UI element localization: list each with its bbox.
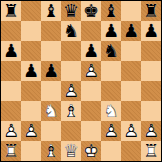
square-f4[interactable]: [101, 81, 121, 101]
square-a7[interactable]: [1, 21, 21, 41]
white-pawn-fill: ♟: [121, 121, 141, 141]
square-g4[interactable]: [121, 81, 141, 101]
white-knight-icon: ♘: [101, 101, 121, 121]
square-h3[interactable]: [141, 101, 161, 121]
square-b2[interactable]: ♟♙: [21, 121, 41, 141]
square-h5[interactable]: [141, 61, 161, 81]
square-b4[interactable]: [21, 81, 41, 101]
white-knight-fill: ♞: [101, 101, 121, 121]
black-bishop-icon: ♝: [101, 1, 121, 21]
square-c6[interactable]: [41, 41, 61, 61]
white-king-fill: ♚: [81, 141, 101, 161]
square-h8[interactable]: ♜: [141, 1, 161, 21]
white-knight-fill: ♞: [41, 101, 61, 121]
square-f8[interactable]: ♝: [101, 1, 121, 21]
square-h6[interactable]: [141, 41, 161, 61]
white-pawn-fill: ♟: [21, 121, 41, 141]
square-f7[interactable]: ♟: [101, 21, 121, 41]
square-a8[interactable]: ♜: [1, 1, 21, 21]
white-bishop-icon: ♗: [41, 141, 61, 161]
square-e1[interactable]: ♚♔: [81, 141, 101, 161]
square-b8[interactable]: [21, 1, 41, 21]
white-pawn-icon: ♙: [61, 81, 81, 101]
square-g6[interactable]: [121, 41, 141, 61]
black-pawn-icon: ♟: [21, 61, 41, 81]
square-g3[interactable]: [121, 101, 141, 121]
white-rook-icon: ♖: [141, 141, 161, 161]
square-g2[interactable]: ♟♙: [121, 121, 141, 141]
white-pawn-icon: ♙: [101, 121, 121, 141]
white-pawn-icon: ♙: [81, 61, 101, 81]
square-c1[interactable]: ♝♗: [41, 141, 61, 161]
square-e7[interactable]: [81, 21, 101, 41]
square-d1[interactable]: ♛♕: [61, 141, 81, 161]
square-g7[interactable]: ♟: [121, 21, 141, 41]
square-c5[interactable]: ♟: [41, 61, 61, 81]
square-f2[interactable]: ♟♙: [101, 121, 121, 141]
chess-board: ♜♝♛♚♝♜♞♟♟♟♟♟♞♟♟♟♙♟♙♞♘♝♗♞♘♟♙♟♙♟♙♟♙♟♙♜♖♝♗♛…: [0, 0, 162, 162]
white-rook-icon: ♖: [1, 141, 21, 161]
black-pawn-icon: ♟: [141, 21, 161, 41]
square-b6[interactable]: [21, 41, 41, 61]
square-h4[interactable]: [141, 81, 161, 101]
white-bishop-icon: ♗: [61, 101, 81, 121]
white-knight-icon: ♘: [41, 101, 61, 121]
black-pawn-icon: ♟: [81, 41, 101, 61]
white-pawn-fill: ♟: [1, 121, 21, 141]
square-d8[interactable]: ♛: [61, 1, 81, 21]
square-f5[interactable]: [101, 61, 121, 81]
square-b7[interactable]: [21, 21, 41, 41]
black-pawn-icon: ♟: [1, 41, 21, 61]
square-a1[interactable]: ♜♖: [1, 141, 21, 161]
white-queen-icon: ♕: [61, 141, 81, 161]
square-h7[interactable]: ♟: [141, 21, 161, 41]
square-d2[interactable]: [61, 121, 81, 141]
white-pawn-fill: ♟: [141, 121, 161, 141]
square-e3[interactable]: [81, 101, 101, 121]
black-pawn-icon: ♟: [121, 21, 141, 41]
square-a4[interactable]: [1, 81, 21, 101]
black-bishop-icon: ♝: [41, 1, 61, 21]
white-queen-fill: ♛: [61, 141, 81, 161]
white-pawn-fill: ♟: [101, 121, 121, 141]
square-d7[interactable]: ♞: [61, 21, 81, 41]
square-d3[interactable]: ♝♗: [61, 101, 81, 121]
square-g8[interactable]: [121, 1, 141, 21]
square-e6[interactable]: ♟: [81, 41, 101, 61]
white-pawn-icon: ♙: [21, 121, 41, 141]
white-pawn-fill: ♟: [81, 61, 101, 81]
square-e8[interactable]: ♚: [81, 1, 101, 21]
black-pawn-icon: ♟: [41, 61, 61, 81]
white-pawn-icon: ♙: [121, 121, 141, 141]
square-d4[interactable]: ♟♙: [61, 81, 81, 101]
square-b1[interactable]: [21, 141, 41, 161]
square-b5[interactable]: ♟: [21, 61, 41, 81]
square-g1[interactable]: [121, 141, 141, 161]
square-c7[interactable]: [41, 21, 61, 41]
black-king-icon: ♚: [81, 1, 101, 21]
square-f1[interactable]: [101, 141, 121, 161]
white-bishop-fill: ♝: [41, 141, 61, 161]
square-c4[interactable]: [41, 81, 61, 101]
white-pawn-icon: ♙: [1, 121, 21, 141]
black-pawn-icon: ♟: [101, 21, 121, 41]
square-c3[interactable]: ♞♘: [41, 101, 61, 121]
black-knight-icon: ♞: [101, 41, 121, 61]
black-rook-icon: ♜: [1, 1, 21, 21]
square-e5[interactable]: ♟♙: [81, 61, 101, 81]
square-c8[interactable]: ♝: [41, 1, 61, 21]
square-g5[interactable]: [121, 61, 141, 81]
square-c2[interactable]: [41, 121, 61, 141]
square-a5[interactable]: [1, 61, 21, 81]
square-d6[interactable]: [61, 41, 81, 61]
square-a2[interactable]: ♟♙: [1, 121, 21, 141]
white-bishop-fill: ♝: [61, 101, 81, 121]
white-pawn-icon: ♙: [141, 121, 161, 141]
square-e4[interactable]: [81, 81, 101, 101]
white-rook-fill: ♜: [1, 141, 21, 161]
square-a3[interactable]: [1, 101, 21, 121]
square-d5[interactable]: [61, 61, 81, 81]
square-f6[interactable]: ♞: [101, 41, 121, 61]
white-rook-fill: ♜: [141, 141, 161, 161]
black-queen-icon: ♛: [61, 1, 81, 21]
black-knight-icon: ♞: [61, 21, 81, 41]
square-a6[interactable]: ♟: [1, 41, 21, 61]
white-king-icon: ♔: [81, 141, 101, 161]
square-f3[interactable]: ♞♘: [101, 101, 121, 121]
square-e2[interactable]: [81, 121, 101, 141]
square-h2[interactable]: ♟♙: [141, 121, 161, 141]
square-b3[interactable]: [21, 101, 41, 121]
white-pawn-fill: ♟: [61, 81, 81, 101]
square-h1[interactable]: ♜♖: [141, 141, 161, 161]
black-rook-icon: ♜: [141, 1, 161, 21]
